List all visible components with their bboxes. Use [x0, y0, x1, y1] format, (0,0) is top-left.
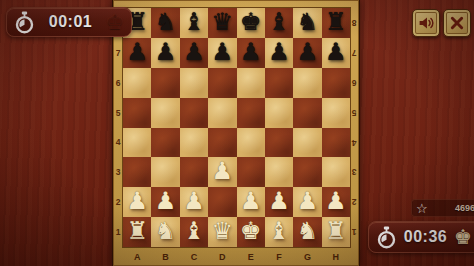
white-knight[interactable]: ♞	[297, 219, 319, 243]
white-rook[interactable]: ♜	[325, 219, 347, 243]
rank-label-6-left: 6	[113, 68, 123, 98]
file-label-d: D	[208, 250, 236, 264]
white-bishop[interactable]: ♝	[183, 219, 205, 243]
square-f5[interactable]	[265, 98, 293, 128]
square-c3[interactable]	[180, 157, 208, 187]
square-c6[interactable]	[180, 68, 208, 98]
black-pawn[interactable]: ♟	[126, 40, 148, 64]
black-king[interactable]: ♚	[240, 10, 262, 34]
square-h7[interactable]: ♟	[322, 38, 350, 68]
white-king-icon: ♚	[454, 227, 472, 247]
black-pawn[interactable]: ♟	[240, 40, 262, 64]
white-pawn[interactable]: ♟	[297, 189, 319, 213]
white-knight[interactable]: ♞	[155, 219, 177, 243]
square-g3[interactable]	[293, 157, 321, 187]
black-king-icon: ♚	[106, 12, 124, 32]
square-a4[interactable]	[123, 128, 151, 158]
square-f4[interactable]	[265, 128, 293, 158]
square-d7[interactable]: ♟	[208, 38, 236, 68]
square-g7[interactable]: ♟	[293, 38, 321, 68]
file-label-h: H	[322, 250, 350, 264]
speaker-icon	[417, 14, 435, 32]
square-c5[interactable]	[180, 98, 208, 128]
rank-label-7-right: 7	[349, 38, 359, 68]
square-c7[interactable]: ♟	[180, 38, 208, 68]
black-pawn[interactable]: ♟	[268, 40, 290, 64]
rank-label-2-right: 2	[349, 187, 359, 217]
sound-button[interactable]	[412, 9, 440, 37]
square-g8[interactable]: ♞	[293, 8, 321, 38]
square-f7[interactable]: ♟	[265, 38, 293, 68]
square-b8[interactable]: ♞	[151, 8, 179, 38]
square-e8[interactable]: ♚	[237, 8, 265, 38]
white-king[interactable]: ♚	[240, 219, 262, 243]
stopwatch-icon	[14, 11, 35, 34]
square-g5[interactable]	[293, 98, 321, 128]
rank-label-5-right: 5	[349, 98, 359, 128]
square-d1[interactable]: ♛	[208, 217, 236, 247]
square-f2[interactable]: ♟	[265, 187, 293, 217]
file-label-c: C	[180, 250, 208, 264]
black-pawn[interactable]: ♟	[183, 40, 205, 64]
rank-label-6-right: 6	[349, 68, 359, 98]
square-d5[interactable]	[208, 98, 236, 128]
black-pawn[interactable]: ♟	[212, 40, 234, 64]
square-h2[interactable]: ♟	[322, 187, 350, 217]
square-e3[interactable]	[237, 157, 265, 187]
board-squares: ♜♞♝♛♚♝♞♜♟♟♟♟♟♟♟♟♟♟♟♟♟♟♟♟♜♞♝♛♚♝♞♜	[123, 8, 350, 247]
top-right-buttons	[412, 9, 471, 37]
rank-label-4-left: 4	[113, 128, 123, 158]
square-h4[interactable]	[322, 128, 350, 158]
black-knight[interactable]: ♞	[297, 10, 319, 34]
square-e5[interactable]	[237, 98, 265, 128]
close-button[interactable]	[443, 9, 471, 37]
rank-label-3-right: 3	[349, 157, 359, 187]
square-b4[interactable]	[151, 128, 179, 158]
file-label-a: A	[123, 250, 151, 264]
square-e2[interactable]: ♟	[237, 187, 265, 217]
black-timer-value: 00:01	[35, 13, 106, 31]
square-c2[interactable]: ♟	[180, 187, 208, 217]
black-queen[interactable]: ♛	[212, 10, 234, 34]
rank-label-2-left: 2	[113, 187, 123, 217]
white-pawn[interactable]: ♟	[126, 189, 148, 213]
square-b5[interactable]	[151, 98, 179, 128]
black-rook[interactable]: ♜	[325, 10, 347, 34]
black-timer-panel: 00:01 ♚	[6, 7, 132, 37]
white-pawn[interactable]: ♟	[183, 189, 205, 213]
square-c8[interactable]: ♝	[180, 8, 208, 38]
black-pawn[interactable]: ♟	[325, 40, 347, 64]
square-h1[interactable]: ♜	[322, 217, 350, 247]
rank-label-7-left: 7	[113, 38, 123, 68]
close-icon	[449, 15, 465, 31]
white-timer-panel: 00:36 ♚	[368, 221, 474, 253]
square-f3[interactable]	[265, 157, 293, 187]
square-f1[interactable]: ♝	[265, 217, 293, 247]
white-pawn[interactable]: ♟	[155, 189, 177, 213]
score-badge: ☆ 4696	[411, 199, 474, 217]
square-d2[interactable]	[208, 187, 236, 217]
square-e7[interactable]: ♟	[237, 38, 265, 68]
stopwatch-icon	[376, 226, 397, 249]
square-e1[interactable]: ♚	[237, 217, 265, 247]
square-g2[interactable]: ♟	[293, 187, 321, 217]
rank-labels-left: 87654321	[113, 8, 123, 247]
rank-label-1-left: 1	[113, 217, 123, 247]
square-g4[interactable]	[293, 128, 321, 158]
rank-labels-right: 87654321	[349, 8, 359, 247]
rank-label-5-left: 5	[113, 98, 123, 128]
square-c4[interactable]	[180, 128, 208, 158]
rank-label-8-right: 8	[349, 8, 359, 38]
square-a2[interactable]: ♟	[123, 187, 151, 217]
square-e6[interactable]	[237, 68, 265, 98]
white-pawn[interactable]: ♟	[212, 159, 234, 183]
square-d3[interactable]: ♟	[208, 157, 236, 187]
black-knight[interactable]: ♞	[155, 10, 177, 34]
square-h5[interactable]	[322, 98, 350, 128]
rank-label-4-right: 4	[349, 128, 359, 158]
black-pawn[interactable]: ♟	[155, 40, 177, 64]
rank-label-3-left: 3	[113, 157, 123, 187]
square-b3[interactable]	[151, 157, 179, 187]
square-d6[interactable]	[208, 68, 236, 98]
square-a5[interactable]	[123, 98, 151, 128]
game-screen: 87654321 87654321 ♜♞♝♛♚♝♞♜♟♟♟♟♟♟♟♟♟♟♟♟♟♟…	[0, 0, 474, 266]
square-b1[interactable]: ♞	[151, 217, 179, 247]
star-icon: ☆	[416, 202, 428, 215]
white-rook[interactable]: ♜	[126, 219, 148, 243]
white-pawn[interactable]: ♟	[325, 189, 347, 213]
square-a6[interactable]	[123, 68, 151, 98]
black-bishop[interactable]: ♝	[183, 10, 205, 34]
square-g6[interactable]	[293, 68, 321, 98]
black-bishop[interactable]: ♝	[268, 10, 290, 34]
black-pawn[interactable]: ♟	[297, 40, 319, 64]
square-f6[interactable]	[265, 68, 293, 98]
file-label-g: G	[293, 250, 321, 264]
square-c1[interactable]: ♝	[180, 217, 208, 247]
square-d4[interactable]	[208, 128, 236, 158]
square-a7[interactable]: ♟	[123, 38, 151, 68]
white-queen[interactable]: ♛	[212, 219, 234, 243]
file-labels-bottom: ABCDEFGH	[123, 250, 350, 264]
square-d8[interactable]: ♛	[208, 8, 236, 38]
file-label-b: B	[151, 250, 179, 264]
file-label-f: F	[265, 250, 293, 264]
score-value: 4696	[455, 203, 474, 213]
white-bishop[interactable]: ♝	[268, 219, 290, 243]
white-pawn[interactable]: ♟	[240, 189, 262, 213]
square-a1[interactable]: ♜	[123, 217, 151, 247]
square-h3[interactable]	[322, 157, 350, 187]
white-pawn[interactable]: ♟	[268, 189, 290, 213]
square-e4[interactable]	[237, 128, 265, 158]
square-b6[interactable]	[151, 68, 179, 98]
square-b7[interactable]: ♟	[151, 38, 179, 68]
white-timer-value: 00:36	[397, 228, 454, 246]
rank-label-1-right: 1	[349, 217, 359, 247]
square-a3[interactable]	[123, 157, 151, 187]
square-b2[interactable]: ♟	[151, 187, 179, 217]
square-f8[interactable]: ♝	[265, 8, 293, 38]
chess-board: 87654321 87654321 ♜♞♝♛♚♝♞♜♟♟♟♟♟♟♟♟♟♟♟♟♟♟…	[112, 0, 360, 266]
square-g1[interactable]: ♞	[293, 217, 321, 247]
square-h8[interactable]: ♜	[322, 8, 350, 38]
square-h6[interactable]	[322, 68, 350, 98]
file-label-e: E	[237, 250, 265, 264]
